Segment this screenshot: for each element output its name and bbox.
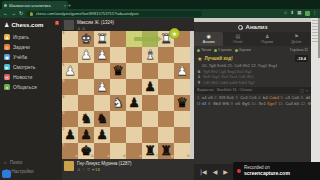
piece-black-king[interactable]: ♚ [80, 143, 92, 159]
square-b8[interactable]: ♚ [78, 31, 94, 47]
sidebar: ♟ Chess.com 1 ♟Играть◎Задачи▣Учёба▶Смотр… [0, 18, 62, 180]
browser-address-bar: ← → ↻ 🔒 chess.com/analysis/game/live/898… [0, 9, 320, 18]
best-move-star-badge: ★ [169, 28, 180, 39]
help-chat-bubble[interactable] [2, 170, 11, 178]
square-b4[interactable] [78, 95, 94, 111]
square-d6[interactable]: ♛ [110, 63, 126, 79]
sidebar-item-задачи[interactable]: ◎Задачи [0, 42, 62, 52]
move-list[interactable]: 1.e4e52.Кf3Кc63.Сc4Сc54.b4Сxb45.c3Сa56.d… [194, 94, 311, 165]
move[interactable]: Кf3 [219, 95, 225, 100]
move[interactable]: Лe1 [258, 101, 265, 106]
square-g3[interactable] [158, 111, 174, 127]
material-advantage: +18 [92, 167, 100, 172]
square-b2[interactable]: ♟ [78, 127, 94, 143]
rank-label: 3 [63, 112, 65, 116]
square-c6[interactable] [94, 63, 110, 79]
panel-tab-партии[interactable]: ♟Партии [253, 32, 282, 46]
move[interactable]: Сxb4 [269, 95, 279, 100]
move[interactable]: e5 [208, 95, 213, 100]
square-a8[interactable]: 8 [62, 31, 78, 47]
first-move-button[interactable]: |◀ [200, 169, 207, 175]
piece-white-pawn[interactable]: ♟ [64, 63, 76, 79]
browser-tab[interactable]: Шахматная аналитика × [2, 1, 68, 9]
piece-white-pawn[interactable]: ♟ [176, 63, 188, 79]
move[interactable]: Сc5 [249, 95, 256, 100]
move-arrow-head [156, 35, 162, 43]
sidebar-footer-поиск[interactable]: ⌕Поиск [0, 158, 62, 167]
star-icon: ★ [197, 56, 202, 62]
square-a5[interactable]: 5 [62, 79, 78, 95]
square-c4[interactable] [94, 95, 110, 111]
piece-white-knight[interactable]: ♞ [112, 95, 124, 111]
bottom-player-bar: Гну-Линукс Мурена (1287) ♙ ♘ ♖ +18 [62, 159, 194, 180]
square-e1[interactable]: e [126, 143, 142, 159]
move-number[interactable]: 5. [281, 95, 285, 100]
reload-icon[interactable]: ↻ [19, 11, 23, 16]
square-h2[interactable] [174, 127, 190, 143]
square-h4[interactable]: ♛ [174, 95, 190, 111]
смотреть-icon: ▶ [4, 64, 10, 70]
extensions-icon[interactable]: ▦ [297, 11, 301, 16]
square-d5[interactable] [110, 79, 126, 95]
square-b7[interactable]: ♟ [78, 47, 94, 63]
отчёт-tab-icon: ▤ [236, 34, 241, 39]
engine-lines: ♞Лg8 Фh2 Сg6 Фxg1 Кe2 Фg2♝Фe8 Лxg1 Фe1 Л… [194, 69, 311, 86]
задачи-icon: ◎ [4, 44, 10, 50]
panel-tabs: ◉Анализ▤Отчёт♟Партии⚑Дебют [194, 32, 311, 46]
recording-dot-icon [237, 169, 241, 173]
browser-tab-strip: Шахматная аналитика × + [0, 0, 320, 9]
square-h1[interactable]: h [174, 143, 190, 159]
piece-white-bishop[interactable]: ♝ [144, 47, 156, 63]
square-f1[interactable]: f♜ [142, 143, 158, 159]
square-c7[interactable]: ♟ [94, 47, 110, 63]
toggle-on-icon [235, 49, 238, 52]
move-number[interactable]: 12. [301, 101, 307, 106]
square-c2[interactable]: ♟ [94, 127, 110, 143]
screen-recorder-watermark: Recorded on screencapture.com [233, 162, 320, 180]
panel-tab-анализ[interactable]: ◉Анализ [194, 32, 223, 46]
move[interactable]: b4 [263, 95, 268, 100]
move[interactable]: e4 [202, 95, 207, 100]
tab-close-icon[interactable]: × [64, 3, 66, 8]
move[interactable]: d3 [202, 101, 207, 106]
panel-toggles: ЛинииСтрелкиОценкиГлубина 11 [194, 46, 311, 54]
panel-tab-дебют[interactable]: ⚑Дебют [282, 32, 311, 46]
square-b3[interactable]: ♞ [78, 111, 94, 127]
rank-label: 6 [63, 64, 65, 68]
sidebar-item-смотреть[interactable]: ▶Смотреть [0, 62, 62, 72]
lock-icon: 🔒 [29, 12, 33, 16]
square-a4[interactable]: 4 [62, 95, 78, 111]
eval-badge: -18.4 [295, 55, 308, 62]
move-number[interactable]: 1. [197, 95, 201, 100]
screen: Шахматная аналитика × + ← → ↻ 🔒 chess.co… [0, 0, 320, 180]
notification-badge: 1 [55, 21, 59, 25]
square-d8[interactable] [110, 31, 126, 47]
top-player-avatar[interactable] [64, 20, 74, 30]
download-icon[interactable]: ⬇ [290, 11, 294, 16]
close-icon[interactable]: × [306, 88, 308, 93]
square-g2[interactable] [158, 127, 174, 143]
piece-black-pawn[interactable]: ♟ [80, 127, 92, 143]
square-a6[interactable]: 6♟ [62, 63, 78, 79]
piece-black-pawn[interactable]: ♟ [128, 95, 140, 111]
играть-icon: ♟ [4, 34, 10, 40]
bottom-player-name[interactable]: Гну-Линукс Мурена (1287) [77, 161, 131, 166]
move[interactable]: Фg6 [242, 101, 250, 106]
move[interactable]: Кge7 [267, 101, 276, 106]
square-c1[interactable]: c [94, 143, 110, 159]
browser-action-icons: ☆ ⬇ ▦ ⋮ [283, 11, 317, 16]
square-g6[interactable] [158, 63, 174, 79]
move-arrow [134, 37, 156, 41]
next-move-button[interactable]: ▶ [223, 169, 228, 175]
square-g5[interactable] [158, 79, 174, 95]
move[interactable]: c3 [286, 95, 290, 100]
variations-header[interactable]: Варианты · Stockfish 16 · Облако ▢ × [194, 87, 311, 94]
sidebar-item-играть[interactable]: ♟Играть [0, 32, 62, 42]
url-text: chess.com/analysis/game/live/89815753715… [36, 11, 139, 16]
move[interactable]: Сc4 [240, 95, 247, 100]
move[interactable]: Фf6 [222, 101, 229, 106]
best-move-row[interactable]: ★ Лучший ход! -18.4 [194, 54, 311, 63]
square-d4[interactable]: ♞ [110, 95, 126, 111]
piece-black-queen[interactable]: ♛ [176, 95, 188, 111]
piece-white-pawn[interactable]: ♟ [96, 47, 108, 63]
piece-white-rook[interactable]: ♜ [96, 31, 108, 47]
square-h6[interactable]: ♟ [174, 63, 190, 79]
logo-pawn-icon: ♟ [4, 21, 9, 28]
move[interactable]: Фb3 [213, 101, 221, 106]
move-number[interactable]: 6. [301, 95, 305, 100]
move-number[interactable]: 8. [208, 101, 212, 106]
rank-label: 2 [63, 128, 65, 132]
toggle-линии[interactable]: Линии [197, 48, 211, 52]
piece-black-rook[interactable]: ♜ [144, 143, 156, 159]
square-e3[interactable] [126, 111, 142, 127]
tab-title: Шахматная аналитика [9, 3, 62, 8]
учёба-icon: ▣ [4, 54, 10, 60]
поиск-icon: ⌕ [4, 160, 7, 165]
depth-label[interactable]: Глубина 11 [290, 48, 308, 52]
square-d1[interactable]: d [110, 143, 126, 159]
chess-board[interactable]: 8♚♜♜7♟♟♝6♟♛♟5♟♟4♞♟♛3♞♞2♟♟♟1ab♚cdef♜g♜h★ [62, 31, 190, 159]
square-b5[interactable] [78, 79, 94, 95]
piece-icon: ♜ [197, 81, 201, 86]
square-b6[interactable] [78, 63, 94, 79]
move[interactable]: Сa3 [285, 101, 293, 106]
square-f5[interactable]: ♟ [142, 79, 158, 95]
square-f3[interactable] [142, 111, 158, 127]
forward-icon[interactable]: → [11, 11, 16, 16]
profile-avatar[interactable] [305, 11, 310, 16]
move[interactable]: e5 [235, 101, 240, 106]
move-number[interactable]: 9. [230, 101, 234, 106]
rank-label: 4 [63, 96, 65, 100]
square-e6[interactable] [126, 63, 142, 79]
square-e4[interactable]: ♟ [126, 95, 142, 111]
square-f2[interactable] [142, 127, 158, 143]
square-h5[interactable] [174, 79, 190, 95]
square-c8[interactable]: ♜ [94, 31, 110, 47]
toggle-стрелки[interactable]: Стрелки [214, 48, 231, 52]
magnifier-icon [238, 25, 243, 30]
bottom-player-captured: ♙ ♘ ♖ +18 [77, 167, 131, 172]
piece-white-pawn[interactable]: ♟ [80, 47, 92, 63]
toggle-оценки[interactable]: Оценки [235, 48, 251, 52]
piece-black-knight[interactable]: ♞ [80, 111, 92, 127]
square-d3[interactable] [110, 111, 126, 127]
square-g4[interactable] [158, 95, 174, 111]
square-a2[interactable]: 2♟ [62, 127, 78, 143]
url-field[interactable]: 🔒 chess.com/analysis/game/live/898157537… [26, 11, 202, 17]
square-c5[interactable]: ♟ [94, 79, 110, 95]
top-player-name[interactable]: Максим Ж. (1324) [77, 20, 114, 25]
expand-icon[interactable]: ▢ [300, 88, 304, 93]
rank-label: 8 [63, 32, 65, 36]
panel-header: Анализ [194, 22, 311, 32]
новости-icon: ▤ [4, 74, 10, 80]
square-d7[interactable] [110, 47, 126, 63]
analysis-panel: Анализ ◉Анализ▤Отчёт♟Партии⚑Дебют ЛинииС… [194, 22, 311, 164]
партии-tab-icon: ♟ [265, 34, 269, 39]
piece-black-pawn[interactable]: ♟ [64, 127, 76, 143]
piece-black-rook[interactable]: ♜ [160, 143, 172, 159]
sidebar-item-общаться[interactable]: ●Общаться [0, 82, 62, 92]
best-move-text: Лучший ход! [204, 56, 292, 61]
square-a3[interactable]: 3 [62, 111, 78, 127]
rank-label: 1 [63, 144, 65, 148]
square-e5[interactable] [126, 79, 142, 95]
bookmark-icon[interactable]: ☆ [283, 11, 287, 16]
square-h3[interactable] [174, 111, 190, 127]
piece-white-pawn[interactable]: ♟ [96, 79, 108, 95]
square-g1[interactable]: g♜ [158, 143, 174, 159]
back-icon[interactable]: ← [3, 11, 8, 16]
move[interactable]: Кc6 [227, 95, 234, 100]
square-f7[interactable]: ♝ [142, 47, 158, 63]
square-c3[interactable]: ♞ [94, 111, 110, 127]
move-number[interactable]: 4. [258, 95, 262, 100]
rank-label: 5 [63, 80, 65, 84]
top-player-captured: ♙ ♙ [77, 26, 114, 31]
prev-move-button[interactable]: ◀ [213, 169, 218, 175]
sidebar-item-новости[interactable]: ▤Новости [0, 72, 62, 82]
chesscom-logo[interactable]: ♟ Chess.com 1 [0, 18, 62, 32]
общаться-icon: ● [4, 84, 10, 90]
sidebar-menu: ♟Играть◎Задачи▣Учёба▶Смотреть▤Новости●Об… [0, 32, 62, 92]
rank-label: 7 [63, 48, 65, 52]
piece-black-knight[interactable]: ♞ [96, 111, 108, 127]
square-f6[interactable] [142, 63, 158, 79]
дебют-tab-icon: ⚑ [294, 34, 298, 39]
favicon [4, 4, 7, 7]
move[interactable]: d4 [306, 95, 311, 100]
piece-black-queen[interactable]: ♛ [112, 63, 124, 79]
square-e7[interactable] [126, 47, 142, 63]
square-e2[interactable] [126, 127, 142, 143]
page-background-strip [311, 18, 320, 180]
square-b1[interactable]: b♚ [78, 143, 94, 159]
square-f4[interactable] [142, 95, 158, 111]
toggle-on-icon [197, 49, 200, 52]
new-tab-button[interactable]: + [68, 2, 71, 8]
bottom-player-avatar[interactable] [64, 161, 74, 171]
square-h7[interactable] [174, 47, 190, 63]
square-a1[interactable]: 1a [62, 143, 78, 159]
move-number[interactable]: 10. [251, 101, 257, 106]
move[interactable]: b5 [294, 101, 299, 106]
square-d2[interactable] [110, 127, 126, 143]
square-a7[interactable]: 7 [62, 47, 78, 63]
piece-white-king[interactable]: ♚ [80, 31, 92, 47]
move-number[interactable]: 3. [235, 95, 239, 100]
move-number[interactable]: 11. [278, 101, 284, 106]
move-number[interactable]: 2. [214, 95, 218, 100]
toggle-on-icon [214, 49, 217, 52]
file-label: h [187, 155, 189, 159]
анализ-tab-icon: ◉ [206, 34, 210, 39]
panel-tab-отчёт[interactable]: ▤Отчёт [223, 32, 252, 46]
move[interactable]: Сa5 [291, 95, 299, 100]
piece-black-pawn[interactable]: ♟ [96, 127, 108, 143]
engine-line-3[interactable]: ♜Сd5 Фh1 Сxb3 axb3 Кxb3 Лg2 [194, 80, 311, 86]
menu-icon[interactable]: ⋮ [313, 11, 318, 16]
square-g7[interactable] [158, 47, 174, 63]
sidebar-item-учёба[interactable]: ▣Учёба [0, 52, 62, 62]
piece-black-pawn[interactable]: ♟ [144, 79, 156, 95]
piece-icon: ♝ [197, 75, 201, 80]
